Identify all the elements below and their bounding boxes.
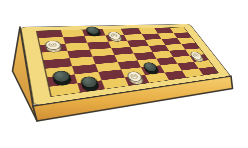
piece-ring-detail xyxy=(130,73,139,79)
piece-ring-detail xyxy=(48,42,57,47)
checker-piece-light xyxy=(44,40,62,50)
checker-piece-dark xyxy=(51,70,71,83)
checker-piece-dark xyxy=(80,76,100,89)
piece-ring-detail xyxy=(110,33,118,37)
board-square xyxy=(198,67,218,76)
piece-ring-detail xyxy=(192,53,200,57)
checkers-illustration xyxy=(0,0,248,148)
checker-piece-dark xyxy=(84,26,100,34)
